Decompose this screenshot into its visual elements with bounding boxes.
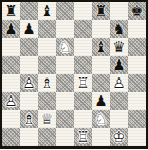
printed-chess-diagram: ♜♜♝♝♜♜♚♚♟♟♟♟♞♞♞♘♝♝♛♛♟♟♟♙♝♗♜♖♟♙♟♙♟♟♝♗♛♕♞♘… (0, 0, 148, 150)
piece-outline: ♘ (92, 110, 110, 128)
square-a3[interactable]: ♟♙ (2, 92, 20, 110)
square-g8[interactable] (110, 2, 128, 20)
piece-outline: ♚ (128, 2, 146, 20)
piece-fill: ♝ (38, 74, 56, 92)
piece-outline: ♜ (92, 2, 110, 20)
square-e8[interactable] (74, 2, 92, 20)
black-pawn-f3: ♟♟ (92, 92, 110, 110)
piece-outline: ♝ (38, 2, 56, 20)
square-d1[interactable] (56, 128, 74, 146)
square-e2[interactable] (74, 110, 92, 128)
square-g2[interactable] (110, 110, 128, 128)
square-d7[interactable] (56, 20, 74, 38)
chess-board: ♜♜♝♝♜♜♚♚♟♟♟♟♞♞♞♘♝♝♛♛♟♟♟♙♝♗♜♖♟♙♟♙♟♟♝♗♛♕♞♘… (0, 0, 148, 149)
piece-fill: ♝ (20, 110, 38, 128)
piece-fill: ♝ (38, 2, 56, 20)
square-e6[interactable] (74, 38, 92, 56)
white-pawn-g4: ♟♙ (110, 74, 128, 92)
square-b1[interactable] (20, 128, 38, 146)
piece-fill: ♝ (92, 38, 110, 56)
square-h1[interactable] (128, 128, 146, 146)
white-queen-c2: ♛♕ (38, 110, 56, 128)
white-rook-e1: ♜♖ (74, 128, 92, 146)
piece-outline: ♖ (74, 74, 92, 92)
piece-outline: ♟ (110, 56, 128, 74)
black-pawn-b7: ♟♟ (20, 20, 38, 38)
square-c3[interactable] (38, 92, 56, 110)
square-f3[interactable]: ♟♟ (92, 92, 110, 110)
piece-outline: ♗ (38, 74, 56, 92)
piece-fill: ♟ (110, 74, 128, 92)
square-d3[interactable] (56, 92, 74, 110)
square-c5[interactable] (38, 56, 56, 74)
square-b7[interactable]: ♟♟ (20, 20, 38, 38)
square-a5[interactable] (2, 56, 20, 74)
piece-fill: ♜ (74, 128, 92, 146)
square-h6[interactable] (128, 38, 146, 56)
square-g1[interactable]: ♚♔ (110, 128, 128, 146)
square-g3[interactable] (110, 92, 128, 110)
square-f2[interactable]: ♞♘ (92, 110, 110, 128)
piece-outline: ♘ (56, 38, 74, 56)
piece-outline: ♕ (38, 110, 56, 128)
piece-outline: ♙ (2, 92, 20, 110)
square-h8[interactable]: ♚♚ (128, 2, 146, 20)
piece-outline: ♟ (92, 92, 110, 110)
black-knight-g7: ♞♞ (110, 20, 128, 38)
piece-fill: ♚ (110, 128, 128, 146)
piece-outline: ♜ (2, 2, 20, 20)
square-e1[interactable]: ♜♖ (74, 128, 92, 146)
square-g7[interactable]: ♞♞ (110, 20, 128, 38)
square-f4[interactable] (92, 74, 110, 92)
square-c2[interactable]: ♛♕ (38, 110, 56, 128)
square-e7[interactable] (74, 20, 92, 38)
square-c1[interactable] (38, 128, 56, 146)
square-b4[interactable]: ♟♙ (20, 74, 38, 92)
black-pawn-a7: ♟♟ (2, 20, 20, 38)
white-bishop-b2: ♝♗ (20, 110, 38, 128)
piece-outline: ♔ (110, 128, 128, 146)
black-queen-g6: ♛♛ (110, 38, 128, 56)
white-king-g1: ♚♔ (110, 128, 128, 146)
piece-fill: ♟ (20, 20, 38, 38)
white-pawn-a3: ♟♙ (2, 92, 20, 110)
square-g6[interactable]: ♛♛ (110, 38, 128, 56)
piece-outline: ♞ (110, 20, 128, 38)
square-h3[interactable] (128, 92, 146, 110)
piece-fill: ♟ (110, 56, 128, 74)
black-bishop-f6: ♝♝ (92, 38, 110, 56)
piece-fill: ♞ (56, 38, 74, 56)
square-e5[interactable] (74, 56, 92, 74)
square-d6[interactable]: ♞♘ (56, 38, 74, 56)
square-c8[interactable]: ♝♝ (38, 2, 56, 20)
piece-fill: ♞ (92, 110, 110, 128)
square-a8[interactable]: ♜♜ (2, 2, 20, 20)
piece-fill: ♛ (38, 110, 56, 128)
white-rook-e4: ♜♖ (74, 74, 92, 92)
square-d8[interactable] (56, 2, 74, 20)
square-a1[interactable] (2, 128, 20, 146)
white-knight-f2: ♞♘ (92, 110, 110, 128)
white-bishop-c4: ♝♗ (38, 74, 56, 92)
square-b6[interactable] (20, 38, 38, 56)
piece-outline: ♙ (110, 74, 128, 92)
square-d5[interactable] (56, 56, 74, 74)
black-rook-a8: ♜♜ (2, 2, 20, 20)
square-c7[interactable] (38, 20, 56, 38)
square-h2[interactable] (128, 110, 146, 128)
piece-outline: ♛ (110, 38, 128, 56)
piece-fill: ♟ (20, 74, 38, 92)
square-a7[interactable]: ♟♟ (2, 20, 20, 38)
square-g5[interactable]: ♟♟ (110, 56, 128, 74)
square-b8[interactable] (20, 2, 38, 20)
square-a2[interactable] (2, 110, 20, 128)
square-h4[interactable] (128, 74, 146, 92)
piece-fill: ♜ (2, 2, 20, 20)
square-b5[interactable] (20, 56, 38, 74)
square-d2[interactable] (56, 110, 74, 128)
piece-outline: ♖ (74, 128, 92, 146)
piece-fill: ♚ (128, 2, 146, 20)
piece-fill: ♛ (110, 38, 128, 56)
piece-outline: ♗ (20, 110, 38, 128)
piece-fill: ♟ (92, 92, 110, 110)
black-pawn-g5: ♟♟ (110, 56, 128, 74)
square-e3[interactable] (74, 92, 92, 110)
piece-fill: ♜ (92, 2, 110, 20)
piece-outline: ♝ (92, 38, 110, 56)
square-f8[interactable]: ♜♜ (92, 2, 110, 20)
square-b3[interactable] (20, 92, 38, 110)
square-f1[interactable] (92, 128, 110, 146)
piece-fill: ♟ (2, 20, 20, 38)
square-h7[interactable] (128, 20, 146, 38)
white-knight-d6: ♞♘ (56, 38, 74, 56)
piece-fill: ♜ (74, 74, 92, 92)
square-f7[interactable] (92, 20, 110, 38)
black-king-h8: ♚♚ (128, 2, 146, 20)
square-a4[interactable] (2, 74, 20, 92)
square-b2[interactable]: ♝♗ (20, 110, 38, 128)
square-c4[interactable]: ♝♗ (38, 74, 56, 92)
piece-outline: ♟ (2, 20, 20, 38)
white-pawn-b4: ♟♙ (20, 74, 38, 92)
square-h5[interactable] (128, 56, 146, 74)
black-rook-f8: ♜♜ (92, 2, 110, 20)
square-d4[interactable] (56, 74, 74, 92)
piece-outline: ♙ (20, 74, 38, 92)
piece-fill: ♞ (110, 20, 128, 38)
square-f5[interactable] (92, 56, 110, 74)
square-c6[interactable] (38, 38, 56, 56)
square-g4[interactable]: ♟♙ (110, 74, 128, 92)
black-bishop-c8: ♝♝ (38, 2, 56, 20)
piece-outline: ♟ (20, 20, 38, 38)
square-e4[interactable]: ♜♖ (74, 74, 92, 92)
piece-fill: ♟ (2, 92, 20, 110)
square-a6[interactable] (2, 38, 20, 56)
square-f6[interactable]: ♝♝ (92, 38, 110, 56)
